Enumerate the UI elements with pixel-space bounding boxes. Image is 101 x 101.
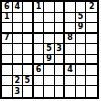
sudoku-cell-empty[interactable] — [55, 2, 66, 13]
sudoku-cell-given[interactable]: 6 — [34, 65, 45, 76]
sudoku-cell-given[interactable]: 3 — [13, 86, 24, 97]
sudoku-cell-empty[interactable] — [86, 23, 97, 34]
sudoku-board: 64121597853964253 — [0, 0, 99, 99]
sudoku-cell-given[interactable]: 7 — [2, 34, 13, 45]
sudoku-cell-empty[interactable] — [23, 2, 34, 13]
sudoku-cell-empty[interactable] — [34, 55, 45, 66]
sudoku-cell-empty[interactable] — [86, 13, 97, 24]
sudoku-cell-empty[interactable] — [23, 86, 34, 97]
sudoku-cell-empty[interactable] — [55, 55, 66, 66]
sudoku-cell-given[interactable]: 9 — [76, 23, 87, 34]
sudoku-cell-empty[interactable] — [2, 65, 13, 76]
sudoku-cell-empty[interactable] — [34, 13, 45, 24]
sudoku-cell-empty[interactable] — [86, 65, 97, 76]
sudoku-cell-empty[interactable] — [23, 65, 34, 76]
sudoku-cell-empty[interactable] — [76, 2, 87, 13]
sudoku-cell-given[interactable]: 1 — [2, 13, 13, 24]
sudoku-cell-empty[interactable] — [13, 34, 24, 45]
sudoku-cell-empty[interactable] — [65, 13, 76, 24]
sudoku-cell-given[interactable]: 4 — [65, 65, 76, 76]
sudoku-cell-empty[interactable] — [2, 55, 13, 66]
sudoku-cell-empty[interactable] — [55, 23, 66, 34]
sudoku-cell-given[interactable]: 9 — [44, 55, 55, 66]
sudoku-cell-empty[interactable] — [2, 76, 13, 87]
sudoku-cell-empty[interactable] — [55, 86, 66, 97]
sudoku-cell-empty[interactable] — [23, 23, 34, 34]
sudoku-cell-empty[interactable] — [34, 76, 45, 87]
sudoku-cell-given[interactable]: 2 — [13, 76, 24, 87]
sudoku-cell-empty[interactable] — [65, 86, 76, 97]
sudoku-cell-given[interactable]: 4 — [13, 2, 24, 13]
sudoku-cell-empty[interactable] — [65, 76, 76, 87]
sudoku-cell-empty[interactable] — [76, 76, 87, 87]
sudoku-cell-empty[interactable] — [86, 34, 97, 45]
sudoku-cell-empty[interactable] — [2, 86, 13, 97]
sudoku-cell-empty[interactable] — [34, 44, 45, 55]
sudoku-cell-given[interactable]: 5 — [23, 76, 34, 87]
sudoku-cell-empty[interactable] — [23, 34, 34, 45]
sudoku-cell-empty[interactable] — [44, 86, 55, 97]
sudoku-cell-empty[interactable] — [65, 23, 76, 34]
sudoku-cell-empty[interactable] — [76, 55, 87, 66]
sudoku-cell-empty[interactable] — [55, 65, 66, 76]
sudoku-cell-empty[interactable] — [13, 23, 24, 34]
sudoku-cell-empty[interactable] — [34, 34, 45, 45]
sudoku-cell-empty[interactable] — [44, 76, 55, 87]
sudoku-cell-empty[interactable] — [65, 44, 76, 55]
sudoku-cell-empty[interactable] — [65, 2, 76, 13]
sudoku-cell-empty[interactable] — [34, 86, 45, 97]
sudoku-cell-empty[interactable] — [13, 44, 24, 55]
sudoku-cell-empty[interactable] — [23, 55, 34, 66]
sudoku-cell-given[interactable]: 8 — [65, 34, 76, 45]
sudoku-cell-empty[interactable] — [2, 44, 13, 55]
sudoku-cell-given[interactable]: 3 — [55, 44, 66, 55]
sudoku-cell-given[interactable]: 2 — [86, 2, 97, 13]
sudoku-cell-given[interactable]: 1 — [34, 2, 45, 13]
sudoku-cell-empty[interactable] — [86, 44, 97, 55]
sudoku-cell-empty[interactable] — [44, 34, 55, 45]
sudoku-cell-empty[interactable] — [86, 76, 97, 87]
sudoku-cell-empty[interactable] — [13, 55, 24, 66]
sudoku-cell-empty[interactable] — [44, 2, 55, 13]
sudoku-cell-empty[interactable] — [23, 44, 34, 55]
sudoku-cell-empty[interactable] — [76, 34, 87, 45]
sudoku-cell-empty[interactable] — [76, 86, 87, 97]
sudoku-cell-empty[interactable] — [55, 34, 66, 45]
sudoku-cell-empty[interactable] — [55, 76, 66, 87]
sudoku-cell-empty[interactable] — [13, 13, 24, 24]
sudoku-cell-empty[interactable] — [2, 23, 13, 34]
sudoku-cell-empty[interactable] — [44, 13, 55, 24]
sudoku-cell-empty[interactable] — [23, 13, 34, 24]
sudoku-cell-empty[interactable] — [34, 23, 45, 34]
sudoku-cell-given[interactable]: 6 — [2, 2, 13, 13]
sudoku-cell-empty[interactable] — [86, 86, 97, 97]
sudoku-cell-empty[interactable] — [76, 65, 87, 76]
sudoku-cell-empty[interactable] — [44, 65, 55, 76]
sudoku-cell-empty[interactable] — [55, 13, 66, 24]
sudoku-cell-empty[interactable] — [13, 65, 24, 76]
sudoku-cell-empty[interactable] — [65, 55, 76, 66]
sudoku-cell-empty[interactable] — [86, 55, 97, 66]
sudoku-cell-empty[interactable] — [76, 44, 87, 55]
sudoku-cell-empty[interactable] — [44, 23, 55, 34]
